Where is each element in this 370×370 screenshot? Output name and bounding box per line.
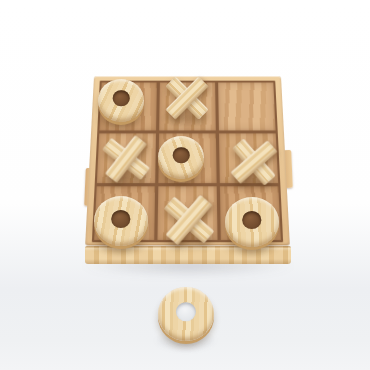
piece-o-r2c0[interactable] [94, 196, 148, 246]
piece-o-hole [242, 211, 261, 229]
pieces-layer [0, 0, 370, 370]
piece-o-hole [113, 91, 130, 106]
piece-x-r2c1[interactable] [160, 191, 217, 248]
piece-o-r0c0[interactable] [98, 79, 144, 122]
piece-o-r2c2[interactable] [225, 197, 279, 247]
piece-o-r1c1[interactable] [158, 136, 204, 179]
piece-o-hole [173, 148, 190, 163]
piece-x-r0c1[interactable] [164, 75, 211, 122]
piece-x-r1c2[interactable] [227, 135, 279, 187]
piece-x-r1c0[interactable] [98, 131, 153, 186]
product-photo-stage [0, 0, 370, 370]
piece-o-hole [176, 302, 196, 321]
piece-o-hole [111, 210, 130, 228]
piece-o-off-board[interactable] [158, 287, 214, 341]
